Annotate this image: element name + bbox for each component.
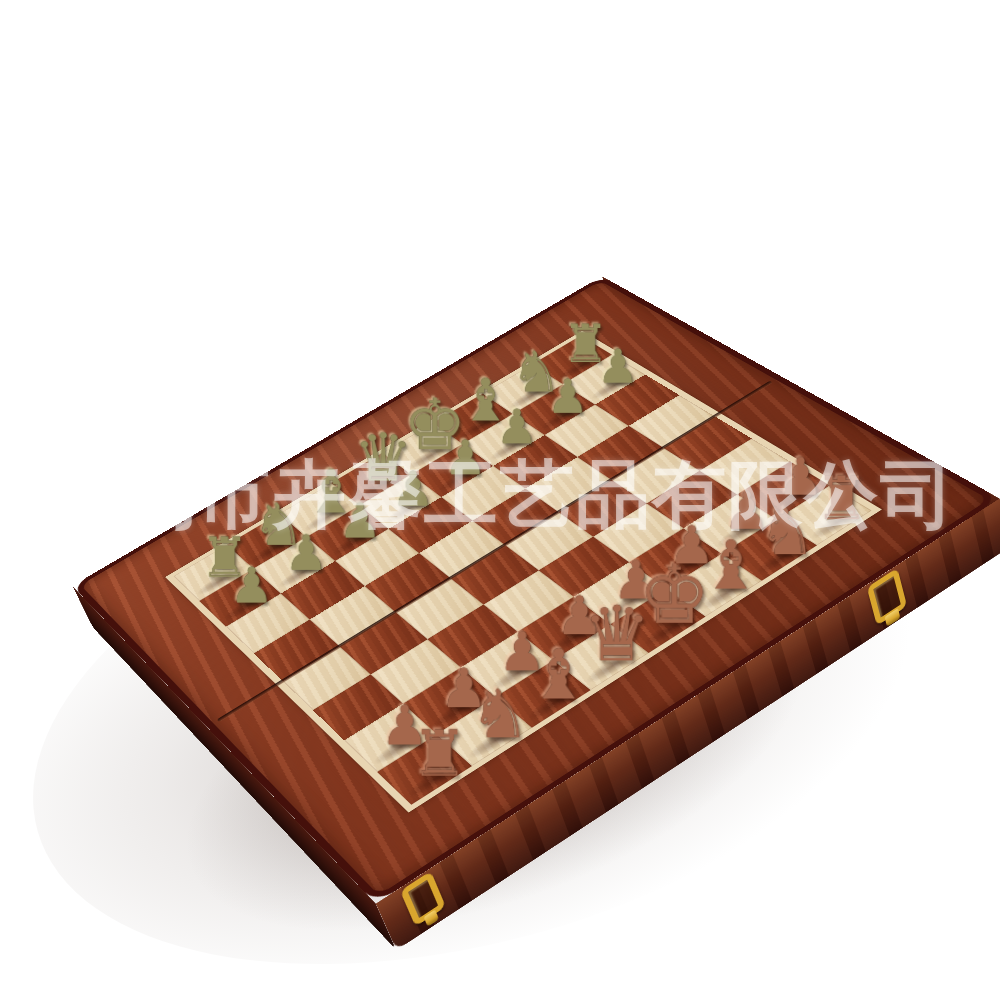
chess-box: ♜♞♝♛♚♝♞♜♟♟♟♟♟♟♟♟♟♟♟♟♟♟♟♟♜♞♝♛♚♝♞♜ bbox=[72, 276, 999, 903]
watermark-text: 义乌市卉馨工艺品有限公司 bbox=[44, 446, 956, 546]
product-photo: ♜♞♝♛♚♝♞♜♟♟♟♟♟♟♟♟♟♟♟♟♟♟♟♟♜♞♝♛♚♝♞♜ 义乌市卉馨工艺… bbox=[0, 0, 1000, 1000]
piece-shadow bbox=[580, 644, 645, 687]
piece-shadow bbox=[637, 608, 702, 651]
piece-shadow bbox=[521, 681, 587, 725]
board-frame: ♜♞♝♛♚♝♞♜♟♟♟♟♟♟♟♟♟♟♟♟♟♟♟♟♜♞♝♛♚♝♞♜ bbox=[165, 331, 882, 813]
piece-shadow bbox=[402, 756, 469, 802]
chess-board: ♜♞♝♛♚♝♞♜♟♟♟♟♟♟♟♟♟♟♟♟♟♟♟♟♜♞♝♛♚♝♞♜ bbox=[174, 336, 872, 805]
piece-shadow bbox=[462, 718, 528, 763]
piece-shadow bbox=[694, 573, 758, 615]
